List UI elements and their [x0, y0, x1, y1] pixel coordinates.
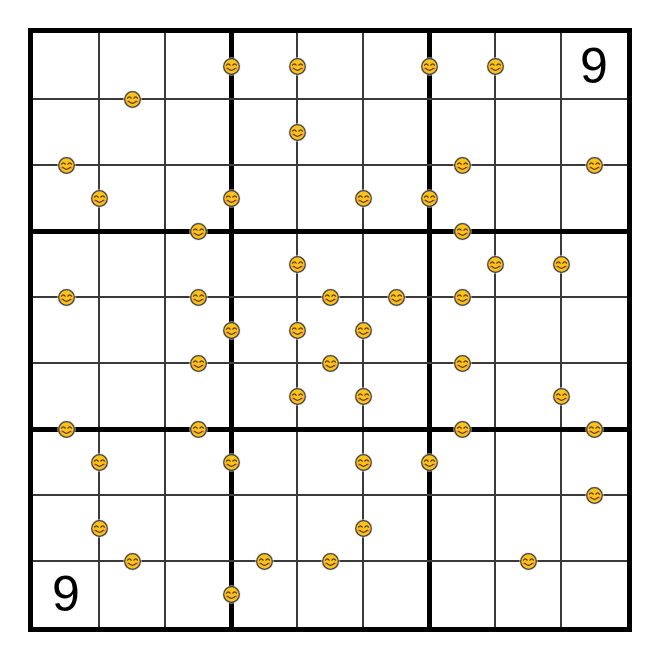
cell-r7c4[interactable] — [231, 429, 297, 495]
cell-r3c4[interactable] — [231, 165, 297, 231]
box-boundary-line-vertical — [427, 33, 432, 627]
cell-r8c7[interactable] — [429, 495, 495, 561]
smiley-edge-marker-v-r7c3 — [222, 453, 241, 472]
cell-r3c8[interactable] — [495, 165, 561, 231]
cell-r4c9[interactable] — [561, 231, 627, 297]
box-boundary-line-horizontal — [33, 229, 627, 234]
cell-r9c6[interactable] — [363, 561, 429, 627]
cell-r8c6[interactable] — [363, 495, 429, 561]
smiley-edge-marker-v-r7c6 — [420, 453, 439, 472]
smiley-edge-marker-v-r4c4 — [288, 255, 307, 274]
smiley-edge-marker-h-r4c7 — [453, 288, 472, 307]
smiley-edge-marker-v-r6c5 — [354, 387, 373, 406]
cell-r9c8[interactable] — [495, 561, 561, 627]
smiley-edge-marker-v-r3c1 — [90, 189, 109, 208]
smiley-edge-marker-h-r6c3 — [189, 420, 208, 439]
smiley-edge-marker-v-r7c5 — [354, 453, 373, 472]
cell-r6c6[interactable] — [363, 363, 429, 429]
smiley-edge-marker-h-r8c4 — [255, 552, 274, 571]
cell-r2c6[interactable] — [363, 99, 429, 165]
smiley-edge-marker-v-r5c5 — [354, 321, 373, 340]
cell-r9c7[interactable] — [429, 561, 495, 627]
smiley-edge-marker-h-r7c9 — [585, 486, 604, 505]
cell-r9c5[interactable] — [297, 561, 363, 627]
smiley-edge-marker-v-r4c7 — [486, 255, 505, 274]
cell-r2c8[interactable] — [495, 99, 561, 165]
smiley-edge-marker-h-r4c3 — [189, 288, 208, 307]
smiley-edge-marker-v-r1c7 — [486, 57, 505, 76]
cell-r5c9[interactable] — [561, 297, 627, 363]
grid-line-vertical — [164, 33, 166, 627]
smiley-edge-marker-h-r1c2 — [123, 90, 142, 109]
cell-r3c2[interactable] — [99, 165, 165, 231]
smiley-edge-marker-v-r4c8 — [552, 255, 571, 274]
cell-r9c4[interactable] — [231, 561, 297, 627]
smiley-edge-marker-h-r4c1 — [57, 288, 76, 307]
smiley-edge-marker-v-r5c4 — [288, 321, 307, 340]
cell-r7c8[interactable] — [495, 429, 561, 495]
smiley-edge-marker-h-r2c7 — [453, 156, 472, 175]
smiley-edge-marker-v-r8c1 — [90, 519, 109, 538]
sudoku-board: 99 — [28, 28, 632, 632]
smiley-edge-marker-h-r6c9 — [585, 420, 604, 439]
cell-r5c2[interactable] — [99, 297, 165, 363]
smiley-edge-marker-h-r8c8 — [519, 552, 538, 571]
grid-line-vertical — [560, 33, 562, 627]
smiley-edge-marker-v-r3c6 — [420, 189, 439, 208]
cell-r5c6[interactable] — [363, 297, 429, 363]
grid-line-vertical — [494, 33, 496, 627]
smiley-edge-marker-v-r2c4 — [288, 123, 307, 142]
given-digit-r9c1: 9 — [33, 561, 99, 627]
smiley-edge-marker-h-r2c9 — [585, 156, 604, 175]
smiley-edge-marker-v-r1c3 — [222, 57, 241, 76]
cell-grid — [33, 33, 627, 627]
smiley-edge-marker-h-r6c1 — [57, 420, 76, 439]
smiley-edge-marker-v-r9c3 — [222, 585, 241, 604]
grid-line-vertical — [98, 33, 100, 627]
cell-r8c9[interactable] — [561, 495, 627, 561]
smiley-edge-marker-h-r4c5 — [321, 288, 340, 307]
grid-line-horizontal — [33, 164, 627, 166]
cell-r7c7[interactable] — [429, 429, 495, 495]
box-boundary-line-horizontal — [33, 427, 627, 432]
cell-r6c2[interactable] — [99, 363, 165, 429]
cell-r5c1[interactable] — [33, 297, 99, 363]
cell-r4c2[interactable] — [99, 231, 165, 297]
smiley-edge-marker-h-r6c7 — [453, 420, 472, 439]
smiley-edge-marker-v-r3c5 — [354, 189, 373, 208]
smiley-edge-marker-h-r4c6 — [387, 288, 406, 307]
grid-line-horizontal — [33, 494, 627, 496]
smiley-edge-marker-h-r8c2 — [123, 552, 142, 571]
smiley-edge-marker-v-r6c4 — [288, 387, 307, 406]
cell-r5c8[interactable] — [495, 297, 561, 363]
cell-r9c2[interactable] — [99, 561, 165, 627]
smiley-edge-marker-h-r3c7 — [453, 222, 472, 241]
cell-r3c9[interactable] — [561, 165, 627, 231]
smiley-edge-marker-v-r5c3 — [222, 321, 241, 340]
smiley-edge-marker-v-r1c4 — [288, 57, 307, 76]
cell-r2c5[interactable] — [297, 99, 363, 165]
smiley-edge-marker-v-r8c5 — [354, 519, 373, 538]
cell-r9c9[interactable] — [561, 561, 627, 627]
smiley-edge-marker-h-r5c7 — [453, 354, 472, 373]
puzzle-screen: 99 — [0, 0, 655, 655]
smiley-edge-marker-h-r3c3 — [189, 222, 208, 241]
smiley-edge-marker-v-r7c1 — [90, 453, 109, 472]
cell-r8c3[interactable] — [165, 495, 231, 561]
smiley-edge-marker-h-r5c5 — [321, 354, 340, 373]
cell-r2c2[interactable] — [99, 99, 165, 165]
smiley-edge-marker-v-r1c6 — [420, 57, 439, 76]
smiley-edge-marker-v-r6c8 — [552, 387, 571, 406]
cell-r2c3[interactable] — [165, 99, 231, 165]
smiley-edge-marker-h-r5c3 — [189, 354, 208, 373]
smiley-edge-marker-v-r3c3 — [222, 189, 241, 208]
given-digit-r1c9: 9 — [561, 33, 627, 99]
cell-r1c5[interactable] — [297, 33, 363, 99]
cell-r1c1[interactable] — [33, 33, 99, 99]
cell-r7c2[interactable] — [99, 429, 165, 495]
cell-r1c8[interactable] — [495, 33, 561, 99]
smiley-edge-marker-h-r8c5 — [321, 552, 340, 571]
smiley-edge-marker-h-r2c1 — [57, 156, 76, 175]
